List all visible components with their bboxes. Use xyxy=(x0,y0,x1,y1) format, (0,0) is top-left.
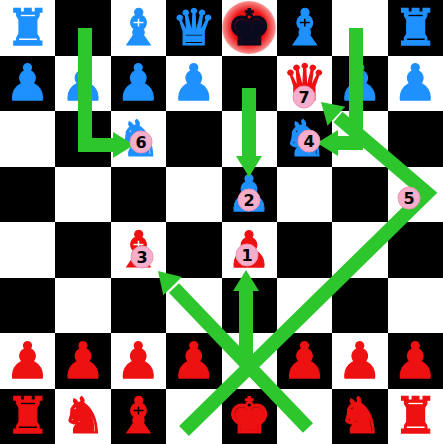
red-rook-a1: ♜ xyxy=(0,389,55,444)
red-pawn-g2: ♟ xyxy=(332,333,387,389)
square-g6 xyxy=(332,111,387,167)
square-c3 xyxy=(111,278,166,334)
square-d6 xyxy=(166,111,221,167)
blue-bishop-f8: ♝ xyxy=(277,0,332,56)
move-number-badge-2: 2 xyxy=(238,189,261,212)
square-c5 xyxy=(111,167,166,223)
square-h3 xyxy=(388,278,443,334)
square-f4 xyxy=(277,222,332,278)
square-d5 xyxy=(166,167,221,223)
square-g3 xyxy=(332,278,387,334)
red-king-e1: ♚ xyxy=(222,389,277,444)
square-e3 xyxy=(222,278,277,334)
square-d3 xyxy=(166,278,221,334)
square-e2 xyxy=(222,333,277,389)
move-number-badge-5: 5 xyxy=(398,187,421,210)
blue-king-e8: ♚ xyxy=(222,0,277,56)
blue-pawn-a7: ♟ xyxy=(0,56,55,112)
square-h4 xyxy=(388,222,443,278)
square-g4 xyxy=(332,222,387,278)
move-number-badge-3: 3 xyxy=(131,246,154,269)
square-b6 xyxy=(55,111,110,167)
red-pawn-d2: ♟ xyxy=(166,333,221,389)
square-a5 xyxy=(0,167,55,223)
red-bishop-c1: ♝ xyxy=(111,389,166,444)
square-d1 xyxy=(166,389,221,444)
blue-rook-h8: ♜ xyxy=(388,0,443,56)
square-f1 xyxy=(277,389,332,444)
square-b4 xyxy=(55,222,110,278)
move-number-badge-1: 1 xyxy=(236,244,259,267)
square-a4 xyxy=(0,222,55,278)
red-pawn-b2: ♟ xyxy=(55,333,110,389)
square-a6 xyxy=(0,111,55,167)
blue-pawn-c7: ♟ xyxy=(111,56,166,112)
square-b5 xyxy=(55,167,110,223)
move-number-badge-6: 6 xyxy=(130,131,153,154)
blue-pawn-g7: ♟ xyxy=(332,56,387,112)
red-pawn-a2: ♟ xyxy=(0,333,55,389)
square-f3 xyxy=(277,278,332,334)
square-g8 xyxy=(332,0,387,56)
square-h6 xyxy=(388,111,443,167)
blue-queen-d8: ♛ xyxy=(166,0,221,56)
red-pawn-f2: ♟ xyxy=(277,333,332,389)
square-g5 xyxy=(332,167,387,223)
blue-pawn-b7: ♟ xyxy=(55,56,110,112)
red-pawn-c2: ♟ xyxy=(111,333,166,389)
chess-board-diagram: ♜♝♛♚♝♜♟♟♟♟♛♟♟♞♞♟♝♟♟♟♟♟♟♟♟♜♞♝♚♞♜ 1234567 xyxy=(0,0,443,444)
square-a3 xyxy=(0,278,55,334)
blue-bishop-c8: ♝ xyxy=(111,0,166,56)
red-rook-h1: ♜ xyxy=(388,389,443,444)
square-b3 xyxy=(55,278,110,334)
square-f5 xyxy=(277,167,332,223)
square-d4 xyxy=(166,222,221,278)
blue-pawn-d7: ♟ xyxy=(166,56,221,112)
move-number-badge-7: 7 xyxy=(293,86,316,109)
blue-rook-a8: ♜ xyxy=(0,0,55,56)
square-e7 xyxy=(222,56,277,112)
red-knight-g1: ♞ xyxy=(332,389,387,444)
move-number-badge-4: 4 xyxy=(298,130,321,153)
square-e6 xyxy=(222,111,277,167)
red-knight-b1: ♞ xyxy=(55,389,110,444)
red-pawn-h2: ♟ xyxy=(388,333,443,389)
square-b8 xyxy=(55,0,110,56)
blue-pawn-h7: ♟ xyxy=(388,56,443,112)
